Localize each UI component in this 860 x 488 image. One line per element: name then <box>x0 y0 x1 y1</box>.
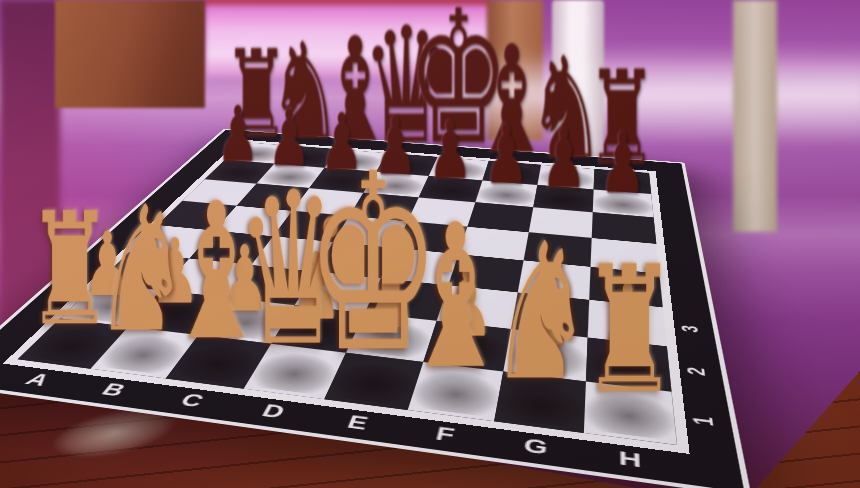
piece-shadow <box>504 335 588 378</box>
beige-pillar <box>733 0 777 232</box>
piece-shadow <box>273 311 362 350</box>
brown-box <box>55 0 205 108</box>
piece-shadow <box>93 333 194 376</box>
piece-shadow <box>62 288 156 324</box>
piece-shadow <box>424 327 510 369</box>
square-g2: ♟ <box>503 329 587 381</box>
square-f6 <box>467 202 533 232</box>
piece-shadow <box>206 163 272 183</box>
square-e1: ♚ <box>324 353 423 410</box>
file-label-f: F <box>398 417 493 454</box>
piece-shadow <box>326 360 421 407</box>
square-f1: ♝ <box>408 362 504 421</box>
piece-shadow <box>21 324 123 365</box>
piece-shadow <box>409 369 502 418</box>
piece-shadow <box>495 379 586 430</box>
square-f3 <box>437 285 518 329</box>
stage-photo-scene: ♜♞♝♛♚♝♞♜♟♟♟♟♟♟♟♟♟♟♟♟♟♟♟♟♜♞♝♛♚♝♞♜ ABCDEFG… <box>0 0 860 488</box>
file-label-d: D <box>226 395 321 429</box>
file-label-g: G <box>488 428 583 466</box>
square-h1: ♜ <box>584 381 677 445</box>
file-label-c: C <box>145 384 240 417</box>
square-a3 <box>97 252 190 290</box>
piece-shadow <box>347 319 435 360</box>
square-g6 <box>529 207 593 238</box>
file-label-e: E <box>310 405 405 440</box>
square-g1: ♞ <box>494 372 586 433</box>
file-label-h: H <box>583 440 681 479</box>
stage-light-band <box>440 52 860 144</box>
square-e6 <box>408 197 476 226</box>
